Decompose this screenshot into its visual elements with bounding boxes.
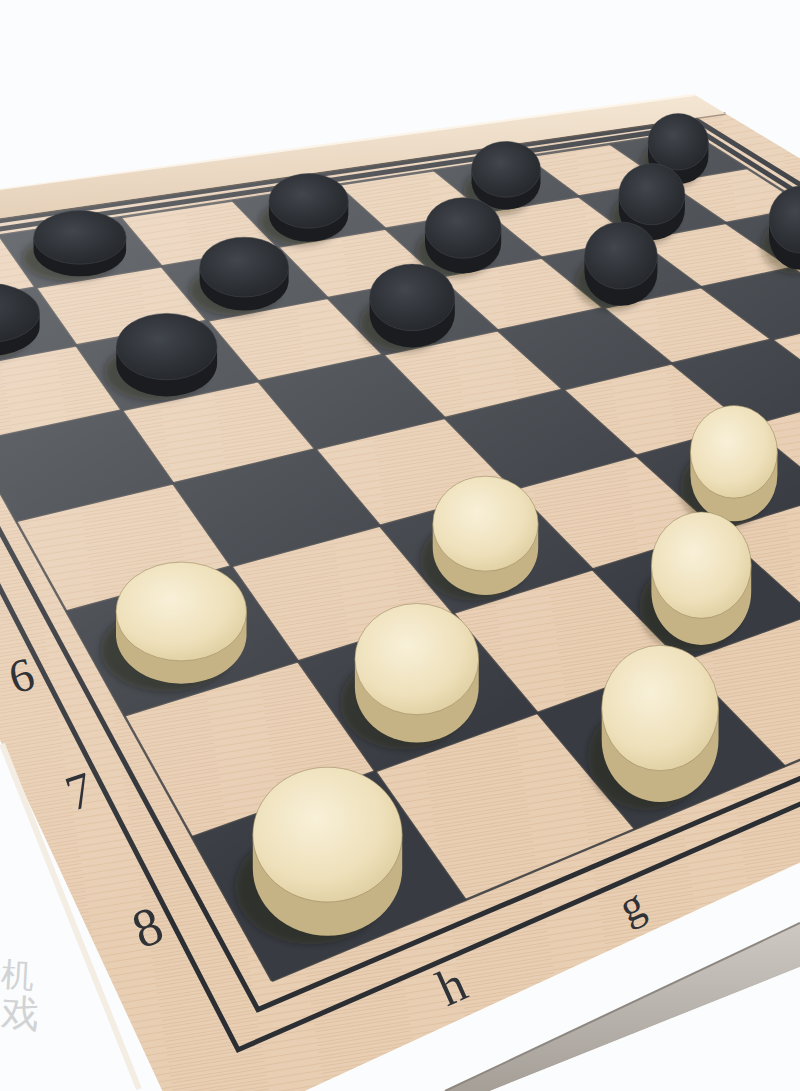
- piece-top: [602, 645, 719, 770]
- piece-top: [269, 174, 348, 229]
- piece-top: [648, 114, 708, 170]
- piece-top: [585, 222, 658, 289]
- piece-top: [619, 164, 685, 225]
- piece-top: [651, 512, 751, 618]
- piece-top: [34, 211, 127, 265]
- piece-top: [425, 198, 501, 259]
- piece-top: [116, 313, 217, 379]
- checkers-board: 876hg: [0, 0, 800, 1091]
- piece-top: [253, 767, 402, 902]
- piece-top: [200, 237, 289, 297]
- piece-top: [472, 141, 541, 197]
- piece-top: [433, 476, 538, 571]
- piece-top: [116, 562, 247, 661]
- photo-stage: 876hg 机 戏: [0, 0, 800, 1091]
- piece-top: [690, 406, 777, 499]
- piece-top: [370, 264, 455, 331]
- piece-top: [355, 604, 479, 715]
